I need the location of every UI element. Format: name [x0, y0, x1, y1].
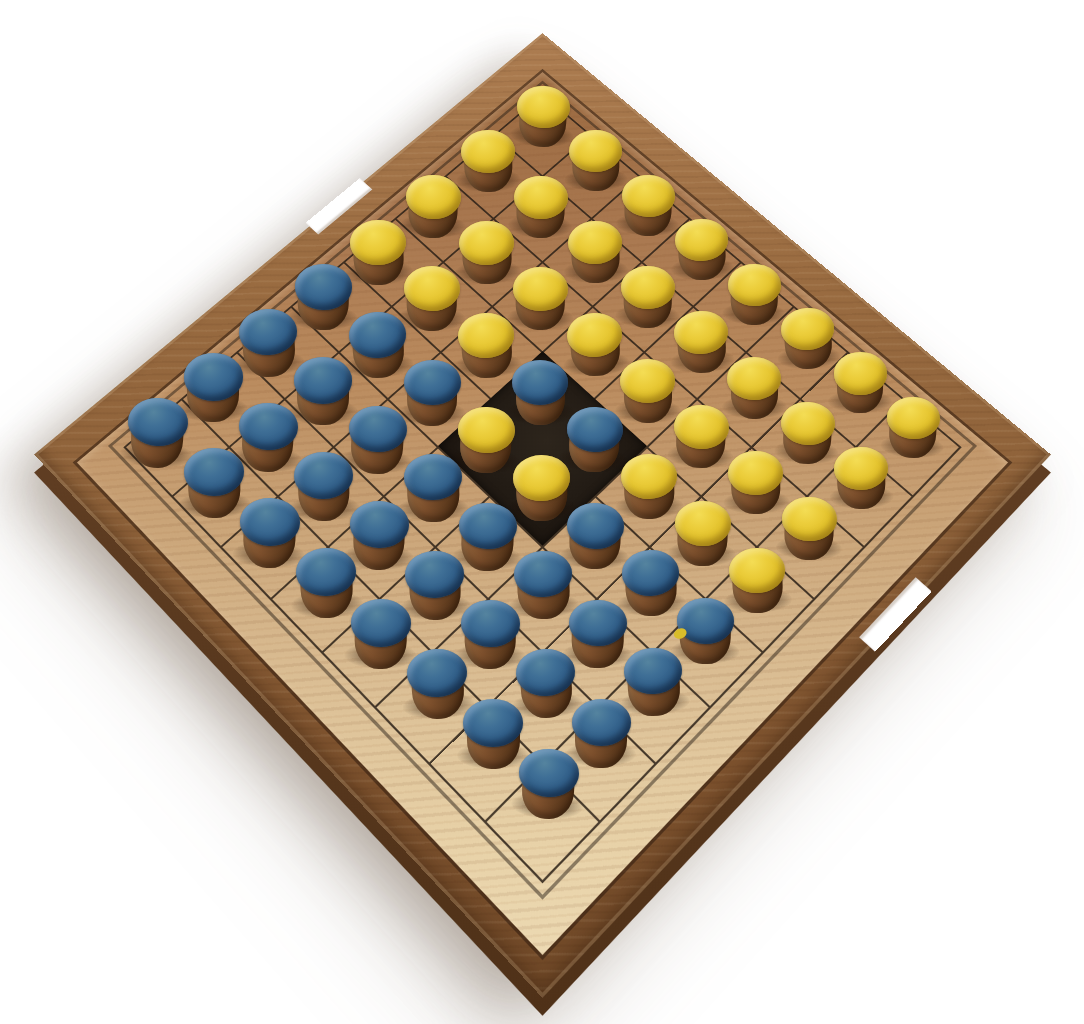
peg-blue[interactable] — [348, 310, 409, 387]
peg-cap-blue — [676, 598, 734, 645]
peg-yellow[interactable] — [673, 310, 731, 383]
peg-cap-blue — [294, 357, 352, 403]
peg-blue[interactable] — [568, 599, 627, 676]
peg-cap-yellow — [620, 359, 675, 403]
peg-blue[interactable] — [183, 448, 244, 528]
peg-blue[interactable] — [294, 357, 352, 433]
peg-blue[interactable] — [406, 647, 470, 729]
peg-cap-blue — [294, 264, 352, 311]
peg-yellow[interactable] — [456, 406, 517, 483]
peg-yellow[interactable] — [457, 312, 517, 388]
photo-scene — [0, 0, 1084, 1024]
peg-blue[interactable] — [515, 648, 578, 728]
peg-blue[interactable] — [512, 360, 568, 433]
peg-yellow[interactable] — [671, 404, 730, 478]
peg-blue[interactable] — [125, 396, 189, 478]
peg-yellow[interactable] — [728, 547, 787, 622]
peg-blue[interactable] — [564, 406, 624, 482]
peg-blue[interactable] — [238, 307, 300, 386]
peg-blue[interactable] — [623, 647, 685, 726]
peg-blue[interactable] — [348, 500, 410, 579]
peg-blue[interactable] — [460, 600, 520, 679]
peg-blue[interactable] — [572, 699, 631, 776]
peg-yellow[interactable] — [780, 307, 837, 378]
peg-cap-yellow — [727, 357, 781, 400]
peg-blue[interactable] — [404, 360, 461, 434]
peg-blue[interactable] — [295, 547, 358, 628]
peg-blue[interactable] — [404, 550, 466, 629]
peg-yellow[interactable] — [513, 175, 569, 247]
peg-cap-blue — [572, 699, 631, 746]
peg-yellow[interactable] — [620, 266, 675, 337]
peg-yellow[interactable] — [834, 447, 889, 518]
peg-yellow[interactable] — [512, 267, 568, 339]
peg-cap-yellow — [620, 453, 677, 499]
peg-blue[interactable] — [350, 598, 411, 678]
peg-blue[interactable] — [676, 598, 734, 673]
peg-yellow[interactable] — [727, 451, 783, 523]
peg-yellow[interactable] — [458, 220, 515, 293]
peg-yellow[interactable] — [834, 352, 887, 420]
peg-blue[interactable] — [463, 699, 523, 778]
peg-yellow[interactable] — [620, 453, 677, 527]
peg-blue[interactable] — [236, 401, 299, 481]
peg-cap-blue — [184, 353, 243, 400]
peg-cap-yellow — [834, 352, 887, 394]
peg-blue[interactable] — [404, 454, 463, 531]
peg-cap-blue — [463, 699, 523, 747]
peg-blue[interactable] — [238, 497, 301, 578]
peg-yellow[interactable] — [621, 174, 676, 244]
peg-yellow[interactable] — [567, 220, 623, 292]
peg-blue[interactable] — [621, 549, 681, 625]
peg-blue[interactable] — [346, 404, 408, 483]
peg-yellow[interactable] — [778, 400, 836, 473]
peg-yellow[interactable] — [673, 500, 732, 575]
peg-blue[interactable] — [513, 550, 574, 628]
peg-yellow[interactable] — [404, 174, 461, 247]
peg-yellow[interactable] — [403, 266, 460, 340]
peg-cap-blue — [512, 360, 568, 405]
peg-yellow[interactable] — [514, 84, 571, 155]
peg-yellow[interactable] — [566, 312, 625, 386]
peg-blue[interactable] — [457, 502, 518, 580]
peg-yellow[interactable] — [569, 130, 623, 199]
peg-yellow[interactable] — [512, 454, 570, 529]
peg-cap-yellow — [728, 263, 782, 306]
peg-cap-blue — [351, 598, 412, 647]
peg-yellow[interactable] — [461, 130, 516, 201]
peg-yellow[interactable] — [727, 357, 781, 427]
peg-cap-yellow — [512, 454, 570, 501]
peg-blue[interactable] — [516, 747, 580, 829]
peg-blue[interactable] — [184, 353, 243, 430]
peg-yellow[interactable] — [349, 219, 408, 294]
peg-yellow[interactable] — [727, 263, 781, 332]
peg-cap-blue — [404, 360, 461, 406]
peg-yellow[interactable] — [674, 218, 729, 288]
peg-blue[interactable] — [294, 264, 352, 339]
peg-yellow[interactable] — [620, 359, 675, 430]
peg-blue[interactable] — [294, 452, 354, 531]
peg-yellow[interactable] — [780, 496, 837, 569]
peg-yellow[interactable] — [884, 395, 941, 466]
peg-blue[interactable] — [566, 502, 626, 578]
